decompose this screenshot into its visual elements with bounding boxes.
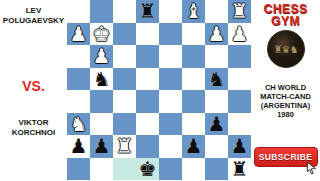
event-line3: (ARGENTINA) — [260, 101, 311, 110]
square-r3c7[interactable] — [228, 68, 251, 91]
piece-wP[interactable]: ♟ — [67, 23, 90, 46]
info-panel: CHESS GYM ♜♛♞ CH WORLD MATCH-CAND (ARGEN… — [251, 0, 320, 180]
square-r0c7[interactable]: ♜ — [228, 0, 251, 23]
cursor-icon — [305, 161, 319, 175]
piece-bR[interactable]: ♜ — [136, 0, 159, 23]
square-r2c5[interactable] — [182, 45, 205, 68]
square-r6c0[interactable]: ♟ — [67, 135, 90, 158]
square-r5c5[interactable] — [182, 113, 205, 136]
square-r4c1[interactable] — [90, 90, 113, 113]
square-r1c7[interactable]: ♟ — [228, 23, 251, 46]
piece-wK[interactable]: ♚ — [90, 23, 113, 46]
piece-bN[interactable]: ♞ — [205, 68, 228, 91]
square-r3c6[interactable]: ♞ — [205, 68, 228, 91]
event-line1: CH WORLD — [260, 83, 311, 92]
piece-wP[interactable]: ♟ — [205, 23, 228, 46]
square-r7c1[interactable] — [90, 158, 113, 181]
square-r1c1[interactable]: ♚ — [90, 23, 113, 46]
channel-brand: CHESS GYM — [264, 3, 308, 27]
square-r1c0[interactable]: ♟ — [67, 23, 90, 46]
vs-label: VS. — [22, 78, 45, 94]
channel-logo-icon: ♜♛♞ — [267, 30, 305, 68]
square-r4c2[interactable] — [113, 90, 136, 113]
players-panel: LEV POLUGAEVSKY VS. VIKTOR KORCHNOI — [0, 0, 67, 180]
piece-wR[interactable]: ♜ — [228, 0, 251, 23]
square-r2c7[interactable] — [228, 45, 251, 68]
square-r0c3[interactable]: ♜ — [136, 0, 159, 23]
emblem-chess-pieces-icon: ♜♛♞ — [274, 44, 298, 55]
square-r2c4[interactable] — [159, 45, 182, 68]
square-r0c0[interactable] — [67, 0, 90, 23]
piece-wN[interactable]: ♞ — [67, 113, 90, 136]
square-r0c5[interactable]: ♝ — [182, 0, 205, 23]
square-r1c6[interactable]: ♟ — [205, 23, 228, 46]
square-r4c6[interactable] — [205, 90, 228, 113]
player-bottom-name: VIKTOR KORCHNOI — [12, 118, 56, 138]
square-r6c7[interactable]: ♟ — [228, 135, 251, 158]
event-caption: CH WORLD MATCH-CAND (ARGENTINA) 1980 — [260, 83, 311, 119]
square-r5c3[interactable] — [136, 113, 159, 136]
square-r5c6[interactable]: ♟ — [205, 113, 228, 136]
square-r3c1[interactable]: ♞ — [90, 68, 113, 91]
square-r2c3[interactable] — [136, 45, 159, 68]
square-r0c6[interactable] — [205, 0, 228, 23]
piece-bP[interactable]: ♟ — [90, 135, 113, 158]
square-r7c3[interactable]: ♚ — [136, 158, 159, 181]
square-r1c5[interactable] — [182, 23, 205, 46]
thumbnail: LEV POLUGAEVSKY VS. VIKTOR KORCHNOI ♜♝♜♟… — [0, 0, 320, 180]
piece-bK[interactable]: ♚ — [136, 158, 159, 181]
square-r4c7[interactable] — [228, 90, 251, 113]
piece-bP[interactable]: ♟ — [67, 135, 90, 158]
player-top-line2: POLUGAEVSKY — [3, 16, 64, 26]
square-r7c2[interactable] — [113, 158, 136, 181]
square-r7c5[interactable] — [182, 158, 205, 181]
piece-wR[interactable]: ♜ — [113, 135, 136, 158]
event-line2: MATCH-CAND — [260, 92, 311, 101]
square-r2c0[interactable] — [67, 45, 90, 68]
piece-bP[interactable]: ♟ — [228, 135, 251, 158]
square-r6c4[interactable] — [159, 135, 182, 158]
player-bottom-line1: VIKTOR — [12, 118, 56, 128]
square-r3c4[interactable] — [159, 68, 182, 91]
square-r4c5[interactable] — [182, 90, 205, 113]
square-r5c7[interactable] — [228, 113, 251, 136]
square-r3c0[interactable] — [67, 68, 90, 91]
square-r3c3[interactable] — [136, 68, 159, 91]
chess-board: ♜♝♜♟♚♟♟♟♞♞♞♟♟♟♜♟♟♚♜ — [67, 0, 251, 180]
square-r5c4[interactable] — [159, 113, 182, 136]
square-r6c1[interactable]: ♟ — [90, 135, 113, 158]
square-r1c4[interactable] — [159, 23, 182, 46]
square-r4c0[interactable] — [67, 90, 90, 113]
piece-wP[interactable]: ♟ — [228, 23, 251, 46]
subscribe-button[interactable]: SUBSCRIBE — [254, 147, 318, 167]
square-r7c6[interactable] — [205, 158, 228, 181]
square-r3c5[interactable] — [182, 68, 205, 91]
square-r0c4[interactable] — [159, 0, 182, 23]
square-r6c6[interactable] — [205, 135, 228, 158]
square-r6c2[interactable]: ♜ — [113, 135, 136, 158]
square-r4c3[interactable] — [136, 90, 159, 113]
square-r6c3[interactable] — [136, 135, 159, 158]
square-r4c4[interactable] — [159, 90, 182, 113]
piece-bP[interactable]: ♟ — [182, 135, 205, 158]
player-top-line1: LEV — [3, 6, 64, 16]
square-r5c1[interactable] — [90, 113, 113, 136]
square-r0c2[interactable] — [113, 0, 136, 23]
piece-bN[interactable]: ♞ — [90, 68, 113, 91]
player-top-name: LEV POLUGAEVSKY — [3, 6, 64, 26]
square-r5c2[interactable] — [113, 113, 136, 136]
piece-bP[interactable]: ♟ — [205, 113, 228, 136]
square-r6c5[interactable]: ♟ — [182, 135, 205, 158]
square-r1c2[interactable] — [113, 23, 136, 46]
square-r0c1[interactable] — [90, 0, 113, 23]
brand-line2: GYM — [264, 15, 308, 27]
square-r3c2[interactable] — [113, 68, 136, 91]
piece-wB[interactable]: ♝ — [182, 0, 205, 23]
piece-bR[interactable]: ♜ — [228, 158, 251, 181]
piece-wP[interactable]: ♟ — [90, 45, 113, 68]
square-r1c3[interactable] — [136, 23, 159, 46]
square-r7c7[interactable]: ♜ — [228, 158, 251, 181]
square-r5c0[interactable]: ♞ — [67, 113, 90, 136]
square-r2c6[interactable] — [205, 45, 228, 68]
event-line4: 1980 — [260, 110, 311, 119]
player-bottom-line2: KORCHNOI — [12, 128, 56, 138]
square-r7c4[interactable] — [159, 158, 182, 181]
square-r2c2[interactable] — [113, 45, 136, 68]
square-r2c1[interactable]: ♟ — [90, 45, 113, 68]
square-r7c0[interactable] — [67, 158, 90, 181]
